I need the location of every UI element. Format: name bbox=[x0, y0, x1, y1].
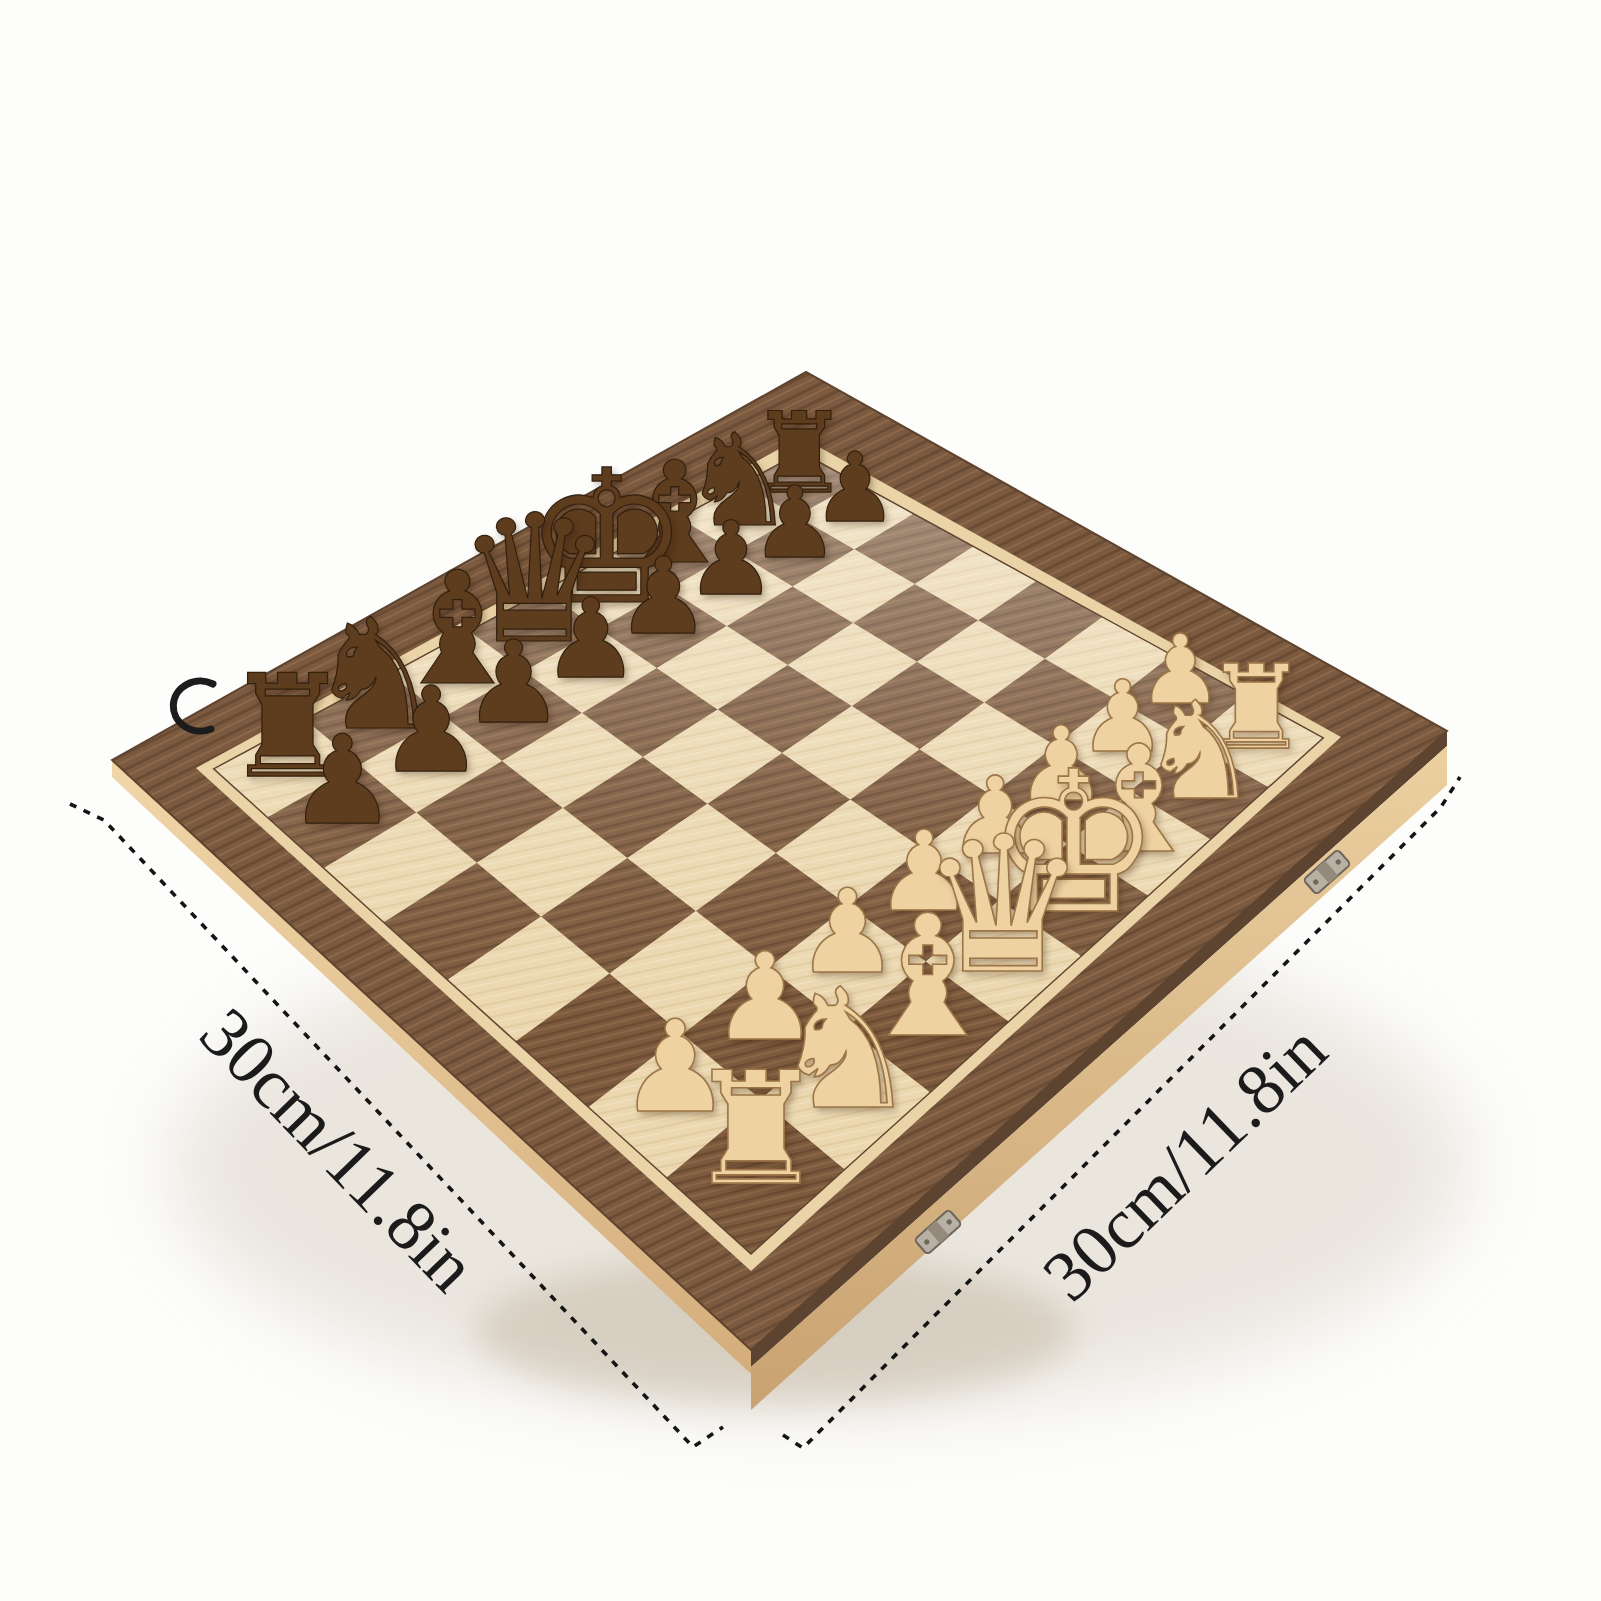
piece-white-rook-a1[interactable]: ♜ bbox=[686, 1051, 826, 1207]
pieces-layer: ♜♟♞♟♝♟♚♟♛♟♝♟♟♞♜♟♟♜♞♟♟♝♟♚♟♛♟♝♟♞♟♜ bbox=[0, 0, 1601, 1601]
product-photo-stage: ♜♟♞♟♝♟♚♟♛♟♝♟♟♞♜♟♟♜♞♟♟♝♟♚♟♛♟♝♟♞♟♜ 30cm/11… bbox=[0, 0, 1601, 1601]
piece-black-pawn-a7[interactable]: ♟ bbox=[287, 719, 397, 842]
